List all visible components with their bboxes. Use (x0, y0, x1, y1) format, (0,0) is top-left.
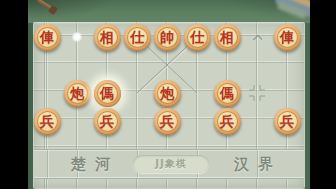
piece-glyph: 兵 (100, 114, 114, 128)
piece-cannon-center[interactable]: 炮 (154, 80, 181, 107)
piece-elephant-right[interactable]: 相 (214, 24, 241, 51)
piece-glyph: 俥 (40, 30, 54, 44)
piece-face: 仕 (187, 27, 208, 48)
last-move-origin-dot (72, 32, 82, 42)
piece-glyph: 俥 (280, 30, 294, 44)
game-area: 楚河 JJ象棋 汉界 俥相仕帥仕相俥炮傌炮傌兵兵兵兵兵 (28, 0, 310, 189)
piece-glyph: 仕 (130, 30, 144, 44)
piece-face: 相 (97, 27, 118, 48)
piece-face: 兵 (217, 111, 238, 132)
piece-general[interactable]: 帥 (154, 24, 181, 51)
piece-glyph: 傌 (220, 86, 234, 100)
table-prop-box-icon (274, 0, 310, 18)
piece-face: 兵 (157, 111, 178, 132)
piece-face: 兵 (97, 111, 118, 132)
piece-cannon-left[interactable]: 炮 (64, 80, 91, 107)
piece-soldier-2[interactable]: 兵 (94, 108, 121, 135)
piece-face: 傌 (97, 83, 118, 104)
piece-soldier-3[interactable]: 兵 (154, 108, 181, 135)
piece-glyph: 仕 (190, 30, 204, 44)
letterbox-stage: 楚河 JJ象棋 汉界 俥相仕帥仕相俥炮傌炮傌兵兵兵兵兵 (0, 0, 336, 189)
piece-glyph: 帥 (160, 30, 174, 44)
piece-glyph: 炮 (160, 86, 174, 100)
table-background (28, 0, 310, 23)
piece-soldier-4[interactable]: 兵 (214, 108, 241, 135)
pieces-layer: 俥相仕帥仕相俥炮傌炮傌兵兵兵兵兵 (33, 22, 305, 189)
piece-horse-right[interactable]: 傌 (214, 80, 241, 107)
table-prop-stick-icon (36, 0, 54, 12)
piece-glyph: 兵 (40, 114, 54, 128)
last-move-origin-caret (252, 34, 262, 40)
piece-chariot-left[interactable]: 俥 (34, 24, 61, 51)
piece-glyph: 炮 (70, 86, 84, 100)
piece-horse-left[interactable]: 傌 (94, 80, 121, 107)
piece-face: 傌 (217, 83, 238, 104)
piece-advisor-right[interactable]: 仕 (184, 24, 211, 51)
piece-glyph: 兵 (160, 114, 174, 128)
piece-face: 相 (217, 27, 238, 48)
piece-elephant-left[interactable]: 相 (94, 24, 121, 51)
piece-face: 炮 (157, 83, 178, 104)
piece-face: 俥 (37, 27, 58, 48)
piece-face: 仕 (127, 27, 148, 48)
piece-soldier-5[interactable]: 兵 (274, 108, 301, 135)
xiangqi-board[interactable]: 楚河 JJ象棋 汉界 俥相仕帥仕相俥炮傌炮傌兵兵兵兵兵 (33, 22, 305, 189)
piece-glyph: 兵 (220, 114, 234, 128)
piece-chariot-right[interactable]: 俥 (274, 24, 301, 51)
piece-soldier-1[interactable]: 兵 (34, 108, 61, 135)
piece-glyph: 相 (220, 30, 234, 44)
piece-glyph: 傌 (100, 86, 114, 100)
piece-face: 兵 (37, 111, 58, 132)
piece-face: 兵 (277, 111, 298, 132)
piece-glyph: 兵 (280, 114, 294, 128)
piece-face: 帥 (157, 27, 178, 48)
piece-face: 炮 (67, 83, 88, 104)
piece-glyph: 相 (100, 30, 114, 44)
piece-face: 俥 (277, 27, 298, 48)
piece-advisor-left[interactable]: 仕 (124, 24, 151, 51)
